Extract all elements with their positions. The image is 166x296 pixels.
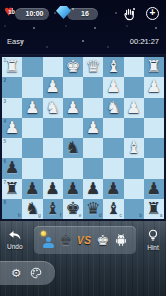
square-g2[interactable] — [22, 77, 42, 97]
square-f8[interactable]: f♝ — [43, 199, 63, 219]
rank-label: 8 — [4, 200, 7, 205]
black-king-icon: ♚ — [60, 232, 73, 248]
square-a1[interactable]: ♜ — [144, 57, 164, 77]
square-e6[interactable] — [63, 158, 83, 178]
difficulty-label: Easy — [7, 37, 24, 46]
square-a7[interactable]: ♟ — [144, 179, 164, 199]
info-row: Easy 00:21:27 — [0, 37, 166, 46]
black-pawn: ♟ — [146, 178, 161, 198]
white-pawn: ♟ — [126, 97, 141, 117]
square-a6[interactable] — [144, 158, 164, 178]
square-b8[interactable]: b — [124, 199, 144, 219]
square-g7[interactable]: ♟ — [22, 179, 42, 199]
white-bishop: ♝ — [106, 57, 121, 77]
black-bishop: ♝ — [106, 198, 121, 218]
status-bar: 10:00 ♥ 10 16 + — [0, 0, 166, 21]
square-f6[interactable] — [43, 158, 63, 178]
undo-label: Undo — [7, 243, 23, 250]
white-pawn: ♟ — [146, 77, 161, 97]
square-h8[interactable]: 8h — [2, 199, 22, 219]
square-b4[interactable] — [124, 118, 144, 138]
square-e2[interactable] — [63, 77, 83, 97]
square-h2[interactable]: 2 — [2, 77, 22, 97]
square-c1[interactable]: ♝ — [103, 57, 123, 77]
white-pawn: ♟ — [106, 77, 121, 97]
square-c6[interactable] — [103, 158, 123, 178]
square-e5[interactable]: ♞ — [63, 138, 83, 158]
file-label: h — [18, 213, 21, 218]
vs-label: VS — [77, 235, 91, 246]
square-h1[interactable]: 1♜ — [2, 57, 22, 77]
square-h4[interactable]: 4♟ — [2, 118, 22, 138]
lives-counter[interactable]: 10:00 ♥ 10 — [5, 6, 49, 21]
black-knight: ♞ — [65, 138, 80, 158]
hint-bulb-icon — [147, 229, 159, 242]
square-a2[interactable]: ♟ — [144, 77, 164, 97]
square-f4[interactable] — [43, 118, 63, 138]
thinking-bulb-icon — [41, 231, 46, 236]
square-a4[interactable] — [144, 118, 164, 138]
black-queen: ♛ — [86, 198, 101, 218]
black-bishop: ♝ — [45, 198, 60, 218]
palette-icon[interactable] — [30, 267, 42, 279]
black-rook: ♜ — [5, 178, 20, 198]
white-bishop: ♝ — [126, 138, 141, 158]
square-c4[interactable] — [103, 118, 123, 138]
square-b2[interactable] — [124, 77, 144, 97]
gems-counter[interactable]: 16 — [58, 6, 98, 21]
white-knight: ♞ — [106, 97, 121, 117]
matchup-panel: ♚ VS ♚ — [34, 226, 136, 254]
square-g3[interactable]: ♟ — [22, 98, 42, 118]
square-g6[interactable] — [22, 158, 42, 178]
white-pawn: ♟ — [65, 97, 80, 117]
gems-count: 16 — [67, 8, 98, 20]
android-robot-icon — [114, 233, 128, 247]
add-icon[interactable]: + — [146, 7, 159, 20]
square-d3[interactable] — [83, 98, 103, 118]
square-f5[interactable] — [43, 138, 63, 158]
square-a3[interactable] — [144, 98, 164, 118]
square-h5[interactable]: 5 — [2, 138, 22, 158]
white-rook: ♜ — [5, 57, 20, 77]
square-f7[interactable]: ♟ — [43, 179, 63, 199]
square-b3[interactable]: ♟ — [124, 98, 144, 118]
hint-label: Hint — [147, 244, 159, 251]
square-g1[interactable] — [22, 57, 42, 77]
settings-pill[interactable]: ⚙ — [0, 261, 55, 285]
black-pawn: ♟ — [106, 178, 121, 198]
black-pawn: ♟ — [5, 158, 20, 178]
undo-button[interactable]: Undo — [7, 230, 23, 251]
square-c3[interactable]: ♞ — [103, 98, 123, 118]
square-e4[interactable] — [63, 118, 83, 138]
square-d1[interactable]: ♛ — [83, 57, 103, 77]
black-pawn: ♟ — [45, 178, 60, 198]
player-avatar — [42, 231, 55, 249]
white-knight: ♞ — [45, 97, 60, 117]
rank-label: 5 — [4, 139, 7, 144]
square-a5[interactable] — [144, 138, 164, 158]
square-c7[interactable]: ♟ — [103, 179, 123, 199]
square-d5[interactable] — [83, 138, 103, 158]
hand-icon[interactable] — [122, 7, 136, 21]
square-b6[interactable] — [124, 158, 144, 178]
square-d4[interactable]: ♟ — [83, 118, 103, 138]
square-e8[interactable]: e♚ — [63, 199, 83, 219]
square-c5[interactable] — [103, 138, 123, 158]
square-a8[interactable]: a♜ — [144, 199, 164, 219]
white-king: ♚ — [65, 57, 80, 77]
square-g8[interactable]: g♞ — [22, 199, 42, 219]
square-e1[interactable]: ♚ — [63, 57, 83, 77]
square-g4[interactable] — [22, 118, 42, 138]
white-pawn: ♟ — [25, 97, 40, 117]
gear-icon[interactable]: ⚙ — [11, 267, 21, 279]
square-b5[interactable]: ♝ — [124, 138, 144, 158]
lives-timer: 10:00 — [15, 8, 49, 20]
rank-label: 2 — [4, 78, 7, 83]
square-f1[interactable] — [43, 57, 63, 77]
square-f2[interactable]: ♟ — [43, 77, 63, 97]
chess-board: 1♜♚♛♝♜2♟♟♟3♟♞♟♞♟4♟♟5♞♝6♟7♜♟♟♟♟♟♟8hg♞f♝e♚… — [0, 55, 166, 221]
square-d7[interactable]: ♟ — [83, 179, 103, 199]
action-row: Undo ♚ VS ♚ — [0, 221, 166, 254]
square-c8[interactable]: c♝ — [103, 199, 123, 219]
square-h6[interactable]: 6♟ — [2, 158, 22, 178]
white-queen: ♛ — [86, 57, 101, 77]
elapsed-time: 00:21:27 — [130, 37, 159, 46]
square-e3[interactable]: ♟ — [63, 98, 83, 118]
white-pawn: ♟ — [45, 77, 60, 97]
square-h3[interactable]: 3 — [2, 98, 22, 118]
black-knight: ♞ — [25, 198, 40, 218]
square-d8[interactable]: d♛ — [83, 199, 103, 219]
chess-app-screen: 10:00 ♥ 10 16 + Easy 00:21:27 1♜♚♛♝♜2♟♟♟… — [0, 0, 166, 296]
white-rook: ♜ — [146, 57, 161, 77]
square-f3[interactable]: ♞ — [43, 98, 63, 118]
square-d2[interactable] — [83, 77, 103, 97]
square-d6[interactable] — [83, 158, 103, 178]
white-king-icon: ♚ — [96, 232, 109, 248]
black-pawn: ♟ — [25, 178, 40, 198]
undo-arrow-icon — [8, 230, 22, 242]
hint-button[interactable]: Hint — [147, 229, 159, 251]
black-rook: ♜ — [146, 198, 161, 218]
square-b1[interactable] — [124, 57, 144, 77]
file-label: b — [139, 213, 142, 218]
square-e7[interactable]: ♟ — [63, 179, 83, 199]
bottom-panel: Undo ♚ VS ♚ — [0, 221, 166, 296]
white-pawn: ♟ — [5, 117, 20, 137]
black-pawn: ♟ — [65, 178, 80, 198]
lives-count: 10 — [5, 9, 18, 15]
rank-label: 3 — [4, 99, 7, 104]
square-b7[interactable] — [124, 179, 144, 199]
person-icon — [43, 237, 54, 248]
white-pawn: ♟ — [86, 117, 101, 137]
square-g5[interactable] — [22, 138, 42, 158]
black-pawn: ♟ — [86, 178, 101, 198]
square-c2[interactable]: ♟ — [103, 77, 123, 97]
black-king: ♚ — [65, 198, 80, 218]
square-h7[interactable]: 7♜ — [2, 179, 22, 199]
